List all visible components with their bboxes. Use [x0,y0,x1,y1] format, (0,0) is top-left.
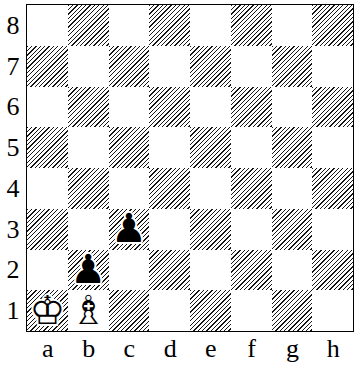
square-f2[interactable] [231,250,272,291]
rank-label-5: 5 [0,128,26,169]
square-f6[interactable] [231,87,272,128]
square-e5[interactable] [190,127,231,168]
square-b7[interactable] [68,46,109,87]
square-h7[interactable] [312,46,353,87]
square-b8[interactable] [68,5,109,46]
rank-label-7: 7 [0,46,26,87]
square-g5[interactable] [272,127,313,168]
file-label-h: h [313,334,354,364]
square-b2[interactable]: ♟♟ [68,250,109,291]
square-e7[interactable] [190,46,231,87]
square-b5[interactable] [68,127,109,168]
square-e6[interactable] [190,87,231,128]
rank-label-4: 4 [0,169,26,210]
square-e1[interactable] [190,290,231,331]
square-a1[interactable]: ♚♔ [27,290,68,331]
square-h5[interactable] [312,127,353,168]
file-labels: abcdefgh [28,334,354,364]
square-f5[interactable] [231,127,272,168]
square-g4[interactable] [272,168,313,209]
square-b6[interactable] [68,87,109,128]
square-h2[interactable] [312,250,353,291]
square-c4[interactable] [109,168,150,209]
piece-glyph: ♔ [29,290,65,330]
file-label-g: g [272,334,313,364]
file-label-c: c [109,334,150,364]
black-pawn[interactable]: ♟♟ [68,250,109,291]
file-label-b: b [68,334,109,364]
square-d3[interactable] [149,209,190,250]
file-label-a: a [28,334,69,364]
square-g6[interactable] [272,87,313,128]
square-d4[interactable] [149,168,190,209]
rank-label-6: 6 [0,87,26,128]
square-e8[interactable] [190,5,231,46]
rank-label-1: 1 [0,291,26,332]
square-a7[interactable] [27,46,68,87]
square-h1[interactable] [312,290,353,331]
square-a5[interactable] [27,127,68,168]
square-g8[interactable] [272,5,313,46]
square-a3[interactable] [27,209,68,250]
square-f1[interactable] [231,290,272,331]
black-pawn[interactable]: ♟♟ [109,209,150,250]
square-c1[interactable] [109,290,150,331]
square-e4[interactable] [190,168,231,209]
square-h6[interactable] [312,87,353,128]
square-a4[interactable] [27,168,68,209]
chess-board: ♟♟♟♟♚♔♝♗ [26,4,354,332]
piece-glyph: ♟ [70,249,106,289]
square-b1[interactable]: ♝♗ [68,290,109,331]
square-b3[interactable] [68,209,109,250]
rank-label-8: 8 [0,6,26,47]
square-a8[interactable] [27,5,68,46]
square-g2[interactable] [272,250,313,291]
square-f7[interactable] [231,46,272,87]
square-h8[interactable] [312,5,353,46]
square-d1[interactable] [149,290,190,331]
square-a6[interactable] [27,87,68,128]
square-h3[interactable] [312,209,353,250]
square-g3[interactable] [272,209,313,250]
square-e2[interactable] [190,250,231,291]
square-f8[interactable] [231,5,272,46]
square-d7[interactable] [149,46,190,87]
square-d8[interactable] [149,5,190,46]
square-g1[interactable] [272,290,313,331]
square-c6[interactable] [109,87,150,128]
file-label-d: d [150,334,191,364]
piece-glyph: ♗ [70,290,106,330]
square-d2[interactable] [149,250,190,291]
rank-label-3: 3 [0,209,26,250]
chess-diagram: 87654321 ♟♟♟♟♚♔♝♗ abcdefgh [0,0,357,367]
square-a2[interactable] [27,250,68,291]
white-king[interactable]: ♚♔ [27,290,68,331]
square-d5[interactable] [149,127,190,168]
square-c5[interactable] [109,127,150,168]
square-g7[interactable] [272,46,313,87]
square-c8[interactable] [109,5,150,46]
file-label-f: f [231,334,272,364]
square-c2[interactable] [109,250,150,291]
square-h4[interactable] [312,168,353,209]
square-c7[interactable] [109,46,150,87]
square-c3[interactable]: ♟♟ [109,209,150,250]
rank-label-2: 2 [0,250,26,291]
white-bishop[interactable]: ♝♗ [68,290,109,331]
square-f3[interactable] [231,209,272,250]
rank-labels: 87654321 [0,6,26,332]
square-f4[interactable] [231,168,272,209]
file-label-e: e [191,334,232,364]
square-d6[interactable] [149,87,190,128]
square-e3[interactable] [190,209,231,250]
square-b4[interactable] [68,168,109,209]
piece-glyph: ♟ [111,208,147,248]
